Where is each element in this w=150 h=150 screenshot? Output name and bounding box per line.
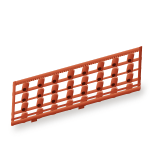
product-photo: [0, 0, 150, 150]
marker-card: [11, 46, 142, 126]
